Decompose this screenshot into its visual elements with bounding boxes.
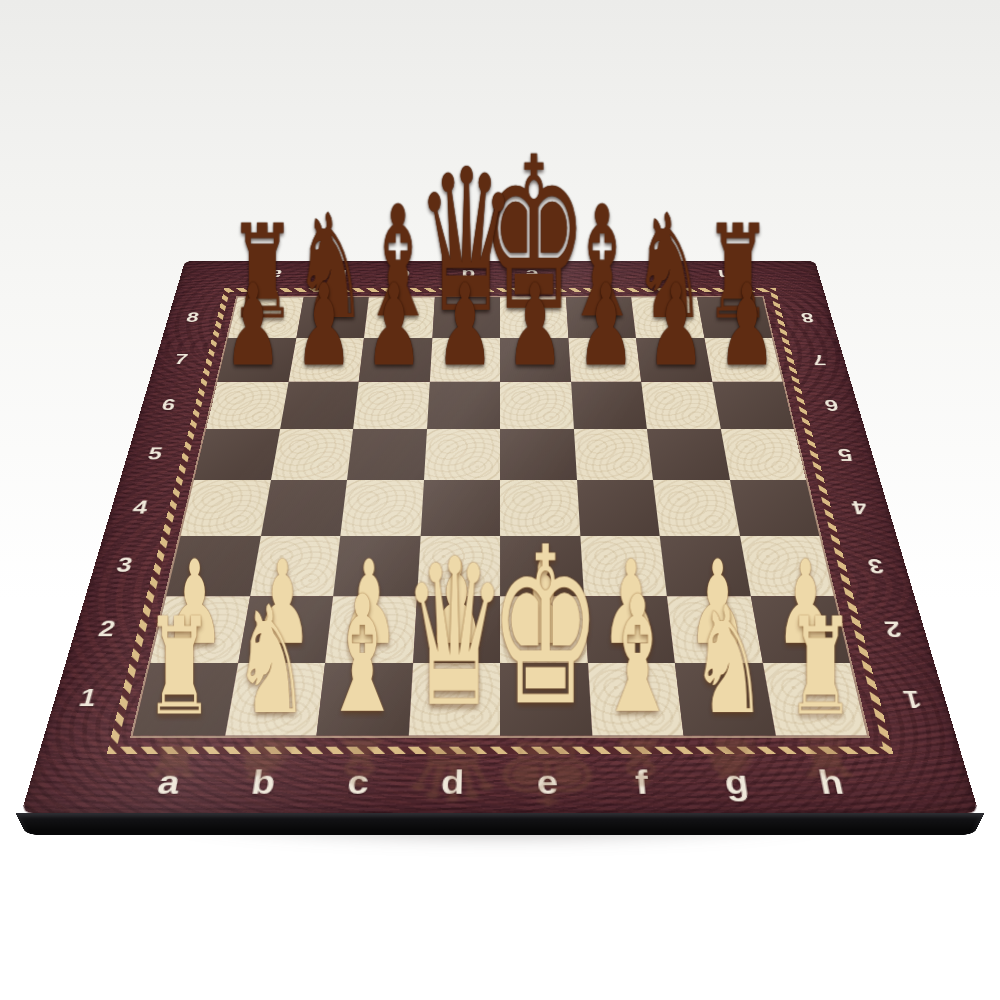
square-a6[interactable]	[206, 382, 288, 429]
squares-grid: ♜♜♞♞♝♝♛♛♚♚♝♝♞♞♜♜♟♟♟♟♟♟♟♟♟♟♟♟♟♟♟♟♟♟♟♟♟♟♟♟…	[133, 297, 867, 735]
square-e1[interactable]: ♚♚	[500, 663, 592, 736]
square-d1[interactable]: ♛♛	[408, 663, 500, 736]
file-label-g: g	[686, 754, 790, 814]
square-e5[interactable]	[500, 429, 577, 480]
square-b7[interactable]: ♟♟	[288, 338, 364, 382]
square-e7[interactable]: ♟♟	[500, 338, 571, 382]
square-a7[interactable]: ♟♟	[218, 338, 296, 382]
piece-black-pawn[interactable]: ♟	[365, 272, 423, 379]
file-label-b: b	[211, 754, 315, 814]
square-b4[interactable]	[261, 480, 347, 536]
square-b5[interactable]	[271, 429, 354, 480]
square-d6[interactable]	[427, 382, 500, 429]
file-labels-bottom: abcdefgh	[114, 754, 885, 814]
piece-white-knight[interactable]: ♞	[233, 590, 309, 731]
file-label-h: h	[779, 754, 886, 814]
square-h4[interactable]	[730, 480, 820, 536]
file-label-c: c	[307, 754, 407, 814]
square-b6[interactable]	[280, 382, 359, 429]
piece-black-pawn[interactable]: ♟	[718, 272, 776, 379]
square-c5[interactable]	[347, 429, 427, 480]
piece-white-bishop[interactable]: ♝	[321, 578, 404, 731]
square-a4[interactable]	[181, 480, 271, 536]
square-b1[interactable]: ♞♞	[225, 663, 326, 736]
square-d7[interactable]: ♟♟	[429, 338, 500, 382]
piece-white-king[interactable]: ♚	[490, 525, 602, 732]
square-e6[interactable]	[500, 382, 573, 429]
square-c1[interactable]: ♝♝	[316, 663, 412, 736]
square-c6[interactable]	[353, 382, 429, 429]
square-g4[interactable]	[653, 480, 739, 536]
square-f6[interactable]	[571, 382, 647, 429]
chess-board: 87654321 87654321 abcdefgh abcdefgh ♜♜♞♞…	[21, 261, 979, 814]
scene: 87654321 87654321 abcdefgh abcdefgh ♜♜♞♞…	[0, 0, 1000, 1000]
piece-white-rook[interactable]: ♜	[145, 604, 214, 731]
square-g5[interactable]	[647, 429, 730, 480]
piece-black-pawn[interactable]: ♟	[647, 272, 705, 379]
square-a1[interactable]: ♜♜	[133, 663, 238, 736]
square-h5[interactable]	[720, 429, 806, 480]
piece-white-queen[interactable]: ♛	[402, 539, 506, 732]
square-h6[interactable]	[712, 382, 794, 429]
square-f5[interactable]	[573, 429, 653, 480]
piece-white-rook[interactable]: ♜	[786, 604, 855, 731]
board-side-edge	[16, 813, 984, 834]
file-label-a: a	[114, 754, 221, 814]
rank-label-8: 8	[778, 297, 838, 338]
square-c7[interactable]: ♟♟	[359, 338, 432, 382]
square-g6[interactable]	[641, 382, 720, 429]
piece-black-pawn[interactable]: ♟	[295, 272, 353, 379]
file-label-f: f	[593, 754, 693, 814]
product-photo-stage: 87654321 87654321 abcdefgh abcdefgh ♜♜♞♞…	[0, 0, 1000, 1000]
piece-black-pawn[interactable]: ♟	[577, 272, 635, 379]
inlay-border: ♜♜♞♞♝♝♛♛♚♚♝♝♞♞♜♜♟♟♟♟♟♟♟♟♟♟♟♟♟♟♟♟♟♟♟♟♟♟♟♟…	[107, 288, 894, 754]
square-h1[interactable]: ♜♜	[762, 663, 867, 736]
square-d5[interactable]	[424, 429, 501, 480]
piece-black-pawn[interactable]: ♟	[506, 272, 564, 379]
rank-label-3: 3	[838, 536, 914, 597]
square-h7[interactable]: ♟♟	[704, 338, 782, 382]
piece-black-pawn[interactable]: ♟	[436, 272, 494, 379]
piece-white-bishop[interactable]: ♝	[596, 578, 679, 731]
rank-label-3: 3	[86, 536, 162, 597]
file-label-d: d	[404, 754, 500, 814]
square-a5[interactable]	[194, 429, 280, 480]
piece-black-pawn[interactable]: ♟	[224, 272, 282, 379]
square-g1[interactable]: ♞♞	[675, 663, 776, 736]
square-f1[interactable]: ♝♝	[587, 663, 683, 736]
piece-white-knight[interactable]: ♞	[691, 590, 767, 731]
square-f7[interactable]: ♟♟	[568, 338, 641, 382]
square-g7[interactable]: ♟♟	[636, 338, 712, 382]
file-label-e: e	[500, 754, 596, 814]
